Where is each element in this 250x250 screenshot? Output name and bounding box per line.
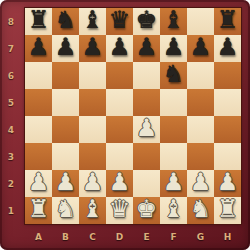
piece-white-pawn[interactable]: ♟ xyxy=(190,169,212,196)
square-b2[interactable]: ♟ xyxy=(52,170,79,197)
square-h5[interactable] xyxy=(214,89,241,116)
square-g7[interactable]: ♟ xyxy=(187,35,214,62)
board: ♜♞♝♛♚♝♜♟♟♟♟♟♟♟♟♞♟♟♟♟♟♟♟♟♜♞♝♛♚♝♞♜ xyxy=(25,8,241,224)
piece-black-pawn[interactable]: ♟ xyxy=(217,34,239,61)
file-label-d: D xyxy=(106,224,133,250)
square-e2[interactable] xyxy=(133,170,160,197)
square-d5[interactable] xyxy=(106,89,133,116)
piece-black-pawn[interactable]: ♟ xyxy=(82,34,104,61)
square-a2[interactable]: ♟ xyxy=(25,170,52,197)
square-e3[interactable] xyxy=(133,143,160,170)
square-d3[interactable] xyxy=(106,143,133,170)
square-h4[interactable] xyxy=(214,116,241,143)
rank-label-1: 1 xyxy=(0,197,22,224)
piece-black-pawn[interactable]: ♟ xyxy=(190,34,212,61)
piece-black-knight[interactable]: ♞ xyxy=(163,61,185,88)
square-d8[interactable]: ♛ xyxy=(106,8,133,35)
square-h7[interactable]: ♟ xyxy=(214,35,241,62)
piece-black-bishop[interactable]: ♝ xyxy=(82,7,104,34)
square-g1[interactable]: ♞ xyxy=(187,197,214,224)
square-c5[interactable] xyxy=(79,89,106,116)
rank-label-7: 7 xyxy=(0,35,22,62)
piece-white-bishop[interactable]: ♝ xyxy=(163,196,185,223)
piece-black-queen[interactable]: ♛ xyxy=(109,7,131,34)
square-b8[interactable]: ♞ xyxy=(52,8,79,35)
rank-label-5: 5 xyxy=(0,89,22,116)
piece-white-pawn[interactable]: ♟ xyxy=(217,169,239,196)
square-e7[interactable]: ♟ xyxy=(133,35,160,62)
piece-white-knight[interactable]: ♞ xyxy=(190,196,212,223)
square-e1[interactable]: ♚ xyxy=(133,197,160,224)
square-f8[interactable]: ♝ xyxy=(160,8,187,35)
file-label-g: G xyxy=(187,224,214,250)
rank-labels: 87654321 xyxy=(0,8,22,224)
square-b4[interactable] xyxy=(52,116,79,143)
square-c3[interactable] xyxy=(79,143,106,170)
square-a3[interactable] xyxy=(25,143,52,170)
square-c2[interactable]: ♟ xyxy=(79,170,106,197)
rank-label-4: 4 xyxy=(0,116,22,143)
square-e8[interactable]: ♚ xyxy=(133,8,160,35)
square-g8[interactable] xyxy=(187,8,214,35)
square-b7[interactable]: ♟ xyxy=(52,35,79,62)
rank-label-3: 3 xyxy=(0,143,22,170)
square-b3[interactable] xyxy=(52,143,79,170)
piece-black-pawn[interactable]: ♟ xyxy=(28,34,50,61)
piece-white-pawn[interactable]: ♟ xyxy=(82,169,104,196)
square-c4[interactable] xyxy=(79,116,106,143)
piece-white-queen[interactable]: ♛ xyxy=(109,196,131,223)
file-label-f: F xyxy=(160,224,187,250)
square-d2[interactable]: ♟ xyxy=(106,170,133,197)
piece-white-pawn[interactable]: ♟ xyxy=(109,169,131,196)
square-a4[interactable] xyxy=(25,116,52,143)
square-h1[interactable]: ♜ xyxy=(214,197,241,224)
square-f3[interactable] xyxy=(160,143,187,170)
square-d6[interactable] xyxy=(106,62,133,89)
piece-white-bishop[interactable]: ♝ xyxy=(82,196,104,223)
square-c1[interactable]: ♝ xyxy=(79,197,106,224)
piece-white-knight[interactable]: ♞ xyxy=(55,196,77,223)
square-b6[interactable] xyxy=(52,62,79,89)
square-e5[interactable] xyxy=(133,89,160,116)
square-a5[interactable] xyxy=(25,89,52,116)
piece-black-king[interactable]: ♚ xyxy=(136,7,158,34)
piece-white-rook[interactable]: ♜ xyxy=(217,196,239,223)
piece-white-pawn[interactable]: ♟ xyxy=(163,169,185,196)
square-h6[interactable] xyxy=(214,62,241,89)
square-h2[interactable]: ♟ xyxy=(214,170,241,197)
square-h8[interactable]: ♜ xyxy=(214,8,241,35)
piece-black-pawn[interactable]: ♟ xyxy=(163,34,185,61)
piece-black-rook[interactable]: ♜ xyxy=(217,7,239,34)
piece-black-pawn[interactable]: ♟ xyxy=(109,34,131,61)
piece-white-king[interactable]: ♚ xyxy=(136,196,158,223)
square-a6[interactable] xyxy=(25,62,52,89)
piece-black-knight[interactable]: ♞ xyxy=(55,7,77,34)
square-g4[interactable] xyxy=(187,116,214,143)
square-f4[interactable] xyxy=(160,116,187,143)
square-f5[interactable] xyxy=(160,89,187,116)
square-c8[interactable]: ♝ xyxy=(79,8,106,35)
piece-black-bishop[interactable]: ♝ xyxy=(163,7,185,34)
square-e4[interactable]: ♟ xyxy=(133,116,160,143)
piece-black-pawn[interactable]: ♟ xyxy=(136,34,158,61)
square-a7[interactable]: ♟ xyxy=(25,35,52,62)
square-h3[interactable] xyxy=(214,143,241,170)
square-a1[interactable]: ♜ xyxy=(25,197,52,224)
square-d1[interactable]: ♛ xyxy=(106,197,133,224)
square-f1[interactable]: ♝ xyxy=(160,197,187,224)
square-g2[interactable]: ♟ xyxy=(187,170,214,197)
square-d4[interactable] xyxy=(106,116,133,143)
file-label-c: C xyxy=(79,224,106,250)
square-c6[interactable] xyxy=(79,62,106,89)
square-e6[interactable] xyxy=(133,62,160,89)
square-d7[interactable]: ♟ xyxy=(106,35,133,62)
square-f6[interactable]: ♞ xyxy=(160,62,187,89)
square-a8[interactable]: ♜ xyxy=(25,8,52,35)
rank-label-6: 6 xyxy=(0,62,22,89)
piece-white-pawn[interactable]: ♟ xyxy=(136,115,158,142)
piece-black-pawn[interactable]: ♟ xyxy=(55,34,77,61)
square-b1[interactable]: ♞ xyxy=(52,197,79,224)
square-f2[interactable]: ♟ xyxy=(160,170,187,197)
piece-white-pawn[interactable]: ♟ xyxy=(28,169,50,196)
rank-label-8: 8 xyxy=(0,8,22,35)
file-label-a: A xyxy=(25,224,52,250)
square-f7[interactable]: ♟ xyxy=(160,35,187,62)
square-g6[interactable] xyxy=(187,62,214,89)
square-g5[interactable] xyxy=(187,89,214,116)
piece-white-rook[interactable]: ♜ xyxy=(28,196,50,223)
rank-label-2: 2 xyxy=(0,170,22,197)
square-g3[interactable] xyxy=(187,143,214,170)
file-label-b: B xyxy=(52,224,79,250)
piece-black-rook[interactable]: ♜ xyxy=(28,7,50,34)
piece-white-pawn[interactable]: ♟ xyxy=(55,169,77,196)
file-label-h: H xyxy=(214,224,241,250)
board-frame: 87654321 ♜♞♝♛♚♝♜♟♟♟♟♟♟♟♟♞♟♟♟♟♟♟♟♟♜♞♝♛♚♝♞… xyxy=(0,0,250,250)
file-label-e: E xyxy=(133,224,160,250)
file-labels: ABCDEFGH xyxy=(25,224,241,250)
square-c7[interactable]: ♟ xyxy=(79,35,106,62)
square-b5[interactable] xyxy=(52,89,79,116)
